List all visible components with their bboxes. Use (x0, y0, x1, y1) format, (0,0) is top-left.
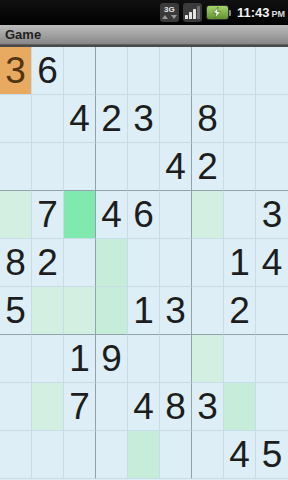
sudoku-cell[interactable] (128, 431, 160, 479)
sudoku-cell[interactable] (192, 239, 224, 287)
sudoku-cell[interactable] (128, 239, 160, 287)
sudoku-cell[interactable]: 2 (192, 143, 224, 191)
sudoku-cell[interactable] (128, 143, 160, 191)
sudoku-cell[interactable] (256, 143, 288, 191)
sudoku-cell[interactable] (192, 191, 224, 239)
sudoku-cell[interactable] (0, 143, 32, 191)
battery-charging-icon (206, 5, 231, 20)
sudoku-cell[interactable]: 2 (224, 287, 256, 335)
sudoku-cell[interactable] (128, 47, 160, 95)
sudoku-cell[interactable] (96, 47, 128, 95)
sudoku-cell[interactable] (64, 143, 96, 191)
sudoku-cell[interactable] (256, 47, 288, 95)
sudoku-board: 3642384274638214513219748345 (0, 45, 288, 479)
sudoku-cell[interactable] (64, 239, 96, 287)
page-title: Game (5, 27, 41, 42)
sudoku-cell[interactable] (96, 287, 128, 335)
sudoku-cell[interactable]: 4 (160, 143, 192, 191)
sudoku-cell[interactable] (224, 47, 256, 95)
sudoku-cell[interactable] (256, 335, 288, 383)
clock-meridiem: PM (272, 9, 286, 19)
sudoku-cell[interactable] (192, 287, 224, 335)
sudoku-cell[interactable] (256, 95, 288, 143)
sudoku-cell[interactable] (192, 431, 224, 479)
sudoku-cell[interactable] (256, 287, 288, 335)
sudoku-cell[interactable] (0, 383, 32, 431)
sudoku-cell[interactable]: 3 (128, 95, 160, 143)
sudoku-cell[interactable]: 5 (0, 287, 32, 335)
sudoku-cell[interactable]: 3 (192, 383, 224, 431)
sudoku-cell[interactable]: 8 (192, 95, 224, 143)
sudoku-cell[interactable] (256, 383, 288, 431)
sudoku-cell[interactable]: 3 (160, 287, 192, 335)
sudoku-cell[interactable] (32, 431, 64, 479)
sudoku-cell[interactable] (64, 431, 96, 479)
sudoku-cell[interactable] (160, 47, 192, 95)
sudoku-cell[interactable] (160, 239, 192, 287)
sudoku-cell[interactable]: 2 (32, 239, 64, 287)
sudoku-cell[interactable]: 4 (64, 95, 96, 143)
sudoku-cell[interactable]: 9 (96, 335, 128, 383)
sudoku-cell[interactable]: 6 (32, 47, 64, 95)
sudoku-cell[interactable] (0, 335, 32, 383)
title-bar: Game (0, 25, 288, 45)
sudoku-cell[interactable]: 7 (64, 383, 96, 431)
sudoku-cell[interactable]: 8 (160, 383, 192, 431)
sudoku-cell[interactable] (224, 335, 256, 383)
sudoku-cell[interactable] (0, 95, 32, 143)
sudoku-cell[interactable] (224, 95, 256, 143)
clock: 11:43 PM (237, 5, 285, 20)
sudoku-cell[interactable] (192, 47, 224, 95)
sudoku-cell[interactable]: 3 (256, 191, 288, 239)
sudoku-cell[interactable] (64, 47, 96, 95)
signal-strength-icon (183, 3, 202, 22)
sudoku-cell[interactable] (32, 143, 64, 191)
sudoku-cell[interactable]: 4 (96, 191, 128, 239)
sudoku-cell[interactable] (224, 143, 256, 191)
sudoku-cell[interactable] (32, 383, 64, 431)
sudoku-cell[interactable] (96, 383, 128, 431)
3g-network-icon: 3G (160, 3, 179, 22)
sudoku-cell[interactable] (96, 239, 128, 287)
sudoku-cell[interactable]: 3 (0, 47, 32, 95)
sudoku-cell[interactable] (96, 431, 128, 479)
sudoku-cell[interactable]: 6 (128, 191, 160, 239)
sudoku-cell[interactable] (224, 383, 256, 431)
sudoku-cell[interactable]: 4 (256, 239, 288, 287)
sudoku-cell[interactable]: 1 (224, 239, 256, 287)
clock-time: 11:43 (237, 5, 270, 20)
sudoku-cell[interactable]: 7 (32, 191, 64, 239)
status-bar: 3G 11:43 PM (0, 0, 288, 25)
sudoku-cell[interactable] (160, 335, 192, 383)
sudoku-cell[interactable]: 1 (128, 287, 160, 335)
sudoku-cell[interactable] (160, 191, 192, 239)
sudoku-cell[interactable] (32, 287, 64, 335)
sudoku-cell[interactable] (0, 431, 32, 479)
sudoku-cell[interactable]: 5 (256, 431, 288, 479)
sudoku-cell[interactable]: 4 (224, 431, 256, 479)
sudoku-cell[interactable] (32, 95, 64, 143)
sudoku-cell[interactable] (160, 95, 192, 143)
sudoku-cell[interactable] (96, 143, 128, 191)
sudoku-cell[interactable]: 4 (128, 383, 160, 431)
sudoku-cell[interactable] (64, 191, 96, 239)
sudoku-cell[interactable] (0, 191, 32, 239)
sudoku-cell[interactable] (224, 191, 256, 239)
sudoku-cell[interactable]: 8 (0, 239, 32, 287)
sudoku-cell[interactable] (32, 335, 64, 383)
lightning-bolt-icon (213, 7, 221, 18)
sudoku-cell[interactable] (192, 335, 224, 383)
sudoku-cell[interactable] (160, 431, 192, 479)
data-traffic-arrows-icon (162, 15, 177, 19)
sudoku-cell[interactable]: 1 (64, 335, 96, 383)
sudoku-cell[interactable] (64, 287, 96, 335)
network-label: 3G (164, 6, 175, 14)
sudoku-cell[interactable]: 2 (96, 95, 128, 143)
sudoku-cell[interactable] (128, 335, 160, 383)
